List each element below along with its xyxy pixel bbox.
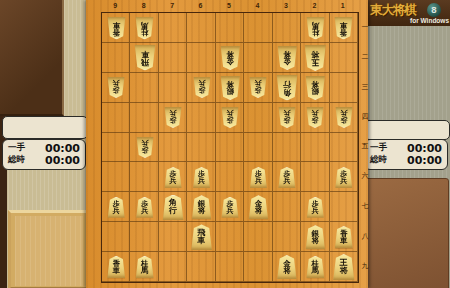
app-logo-version-ball: 8: [427, 3, 441, 17]
square-9-4[interactable]: [102, 103, 130, 133]
piece-sente[interactable]: 金将: [248, 195, 269, 219]
piece-gote[interactable]: 香車: [334, 17, 353, 40]
left-name-plate: [2, 116, 88, 139]
rank-coordinate-labels: 一二三四五六七八九: [360, 12, 370, 281]
square-2-5[interactable]: [301, 133, 329, 163]
piece-sente[interactable]: 銀将: [191, 195, 212, 219]
square-3-3[interactable]: 角行: [273, 73, 301, 103]
file-label: 4: [243, 0, 271, 12]
piece-gote[interactable]: 玉将: [304, 45, 327, 71]
file-label: 3: [272, 0, 300, 12]
square-1-8[interactable]: 香車: [330, 222, 358, 252]
right-piece-stand[interactable]: [363, 178, 449, 288]
square-7-9[interactable]: [159, 252, 187, 282]
piece-gote[interactable]: 歩兵: [221, 107, 239, 128]
square-9-5[interactable]: [102, 133, 130, 163]
square-8-5[interactable]: 歩兵: [130, 133, 158, 163]
left-piece-stand-surface: [15, 216, 83, 286]
piece-gote[interactable]: 歩兵: [164, 107, 182, 128]
square-8-6[interactable]: [130, 162, 158, 192]
square-5-4[interactable]: 歩兵: [216, 103, 244, 133]
piece-gote[interactable]: 歩兵: [306, 107, 324, 128]
square-4-1[interactable]: [244, 13, 272, 43]
rank-label: 四: [360, 112, 370, 122]
square-7-3[interactable]: [159, 73, 187, 103]
square-1-5[interactable]: [330, 133, 358, 163]
piece-gote[interactable]: 歩兵: [249, 77, 267, 98]
square-8-1[interactable]: 桂馬: [130, 13, 158, 43]
file-label: 2: [300, 0, 328, 12]
wood-panel-top-left: [0, 0, 64, 116]
square-9-3[interactable]: 歩兵: [102, 73, 130, 103]
piece-sente[interactable]: 香車: [107, 256, 126, 279]
app-logo: 東大将棋 8 for Windows: [368, 1, 450, 25]
piece-sente[interactable]: 飛車: [191, 224, 213, 250]
square-9-1[interactable]: 香車: [102, 13, 130, 43]
square-8-4[interactable]: [130, 103, 158, 133]
rank-label: 三: [360, 82, 370, 92]
square-2-6[interactable]: [301, 162, 329, 192]
file-label: 6: [186, 0, 214, 12]
left-move-time-label: 一手: [8, 142, 25, 154]
square-2-3[interactable]: 銀将: [301, 73, 329, 103]
square-4-3[interactable]: 歩兵: [244, 73, 272, 103]
square-6-9[interactable]: [187, 252, 215, 282]
square-9-8[interactable]: [102, 222, 130, 252]
square-2-9[interactable]: 桂馬: [301, 252, 329, 282]
square-4-5[interactable]: [244, 133, 272, 163]
piece-gote[interactable]: 金将: [220, 46, 241, 70]
square-7-2[interactable]: [159, 43, 187, 73]
square-8-8[interactable]: [130, 222, 158, 252]
square-8-9[interactable]: 桂馬: [130, 252, 158, 282]
piece-gote[interactable]: 歩兵: [107, 77, 125, 98]
piece-sente[interactable]: 歩兵: [221, 197, 239, 218]
square-7-1[interactable]: [159, 13, 187, 43]
file-label: 5: [215, 0, 243, 12]
square-3-9[interactable]: 金将: [273, 252, 301, 282]
square-9-6[interactable]: [102, 162, 130, 192]
square-6-3[interactable]: 歩兵: [187, 73, 215, 103]
piece-gote[interactable]: 桂馬: [135, 17, 154, 40]
square-3-7[interactable]: [273, 192, 301, 222]
left-piece-stand[interactable]: [8, 210, 90, 288]
rank-label: 二: [360, 52, 370, 62]
square-6-2[interactable]: [187, 43, 215, 73]
square-7-7[interactable]: 角行: [159, 192, 187, 222]
square-3-8[interactable]: [273, 222, 301, 252]
piece-gote[interactable]: 歩兵: [136, 137, 154, 158]
piece-sente[interactable]: 歩兵: [164, 167, 182, 188]
square-6-8[interactable]: 飛車: [187, 222, 215, 252]
piece-gote[interactable]: 銀将: [220, 76, 241, 100]
square-8-3[interactable]: [130, 73, 158, 103]
square-2-2[interactable]: 玉将: [301, 43, 329, 73]
square-4-2[interactable]: [244, 43, 272, 73]
square-4-6[interactable]: 歩兵: [244, 162, 272, 192]
file-coordinate-labels: 987654321: [101, 0, 357, 12]
square-5-3[interactable]: 銀将: [216, 73, 244, 103]
square-7-5[interactable]: [159, 133, 187, 163]
piece-sente[interactable]: 桂馬: [306, 256, 325, 279]
square-1-6[interactable]: 歩兵: [330, 162, 358, 192]
square-1-2[interactable]: [330, 43, 358, 73]
piece-sente[interactable]: 金将: [277, 255, 298, 279]
square-9-2[interactable]: [102, 43, 130, 73]
left-total-time-value: 00:00: [45, 154, 80, 167]
left-total-time-label: 総時: [8, 154, 25, 166]
square-4-8[interactable]: [244, 222, 272, 252]
piece-gote[interactable]: 飛車: [134, 45, 156, 71]
right-move-time-label: 一手: [370, 142, 387, 154]
square-6-4[interactable]: [187, 103, 215, 133]
board-grid: 香車桂馬桂馬香車飛車金将金将玉将歩兵歩兵銀将歩兵角行銀将歩兵歩兵歩兵歩兵歩兵歩兵…: [101, 12, 359, 283]
piece-sente[interactable]: 歩兵: [306, 197, 324, 218]
square-1-1[interactable]: 香車: [330, 13, 358, 43]
square-8-7[interactable]: 歩兵: [130, 192, 158, 222]
square-1-7[interactable]: [330, 192, 358, 222]
square-6-6[interactable]: 歩兵: [187, 162, 215, 192]
shogi-board: 987654321 一二三四五六七八九 香車桂馬桂馬香車飛車金将金将玉将歩兵歩兵…: [86, 0, 368, 288]
square-5-7[interactable]: 歩兵: [216, 192, 244, 222]
square-3-5[interactable]: [273, 133, 301, 163]
square-3-4[interactable]: 歩兵: [273, 103, 301, 133]
square-2-7[interactable]: 歩兵: [301, 192, 329, 222]
app-logo-subtitle: for Windows: [410, 17, 449, 24]
square-9-7[interactable]: 歩兵: [102, 192, 130, 222]
right-clock-panel: 一手 00:00 総時 00:00: [364, 139, 448, 170]
square-5-1[interactable]: [216, 13, 244, 43]
piece-sente[interactable]: 歩兵: [335, 167, 353, 188]
piece-sente[interactable]: 歩兵: [193, 167, 211, 188]
piece-sente[interactable]: 桂馬: [135, 256, 154, 279]
piece-gote[interactable]: 銀将: [305, 76, 326, 100]
rank-label: 七: [360, 201, 370, 211]
piece-sente[interactable]: 王将: [333, 254, 356, 280]
right-total-time-label: 総時: [370, 154, 387, 166]
file-label: 1: [329, 0, 357, 12]
piece-gote[interactable]: 香車: [107, 17, 126, 40]
piece-sente[interactable]: 香車: [334, 226, 353, 249]
square-2-4[interactable]: 歩兵: [301, 103, 329, 133]
file-label: 8: [129, 0, 157, 12]
piece-gote[interactable]: 歩兵: [335, 107, 353, 128]
square-1-4[interactable]: 歩兵: [330, 103, 358, 133]
piece-gote[interactable]: 角行: [276, 75, 298, 101]
piece-sente[interactable]: 歩兵: [107, 197, 125, 218]
file-label: 7: [158, 0, 186, 12]
rank-label: 一: [360, 22, 370, 32]
square-5-2[interactable]: 金将: [216, 43, 244, 73]
piece-sente[interactable]: 歩兵: [249, 167, 267, 188]
piece-sente[interactable]: 角行: [162, 195, 184, 221]
piece-sente[interactable]: 銀将: [305, 225, 326, 249]
square-1-9[interactable]: 王将: [330, 252, 358, 282]
square-5-6[interactable]: [216, 162, 244, 192]
right-name-plate: [364, 120, 450, 140]
piece-gote[interactable]: 金将: [277, 46, 298, 70]
square-4-9[interactable]: [244, 252, 272, 282]
rank-label: 五: [360, 141, 370, 151]
right-total-time-value: 00:00: [407, 154, 442, 167]
piece-gote[interactable]: 桂馬: [306, 17, 325, 40]
rank-label: 六: [360, 171, 370, 181]
left-clock-panel: 一手 00:00 総時 00:00: [2, 139, 86, 170]
square-3-6[interactable]: 歩兵: [273, 162, 301, 192]
square-3-2[interactable]: 金将: [273, 43, 301, 73]
piece-gote[interactable]: 歩兵: [193, 77, 211, 98]
file-label: 9: [101, 0, 129, 12]
rank-label: 九: [360, 261, 370, 271]
square-7-8[interactable]: [159, 222, 187, 252]
square-6-7[interactable]: 銀将: [187, 192, 215, 222]
square-2-8[interactable]: 銀将: [301, 222, 329, 252]
piece-sente[interactable]: 歩兵: [136, 197, 154, 218]
square-6-1[interactable]: [187, 13, 215, 43]
piece-sente[interactable]: 歩兵: [278, 167, 296, 188]
square-5-5[interactable]: [216, 133, 244, 163]
piece-gote[interactable]: 歩兵: [278, 107, 296, 128]
square-1-3[interactable]: [330, 73, 358, 103]
square-7-4[interactable]: 歩兵: [159, 103, 187, 133]
square-5-8[interactable]: [216, 222, 244, 252]
square-9-9[interactable]: 香車: [102, 252, 130, 282]
square-6-5[interactable]: [187, 133, 215, 163]
square-2-1[interactable]: 桂馬: [301, 13, 329, 43]
square-5-9[interactable]: [216, 252, 244, 282]
shogi-app-window: 東大将棋 8 for Windows 一手 00:00 総時 00:00 一手 …: [0, 0, 450, 288]
rank-label: 八: [360, 231, 370, 241]
square-4-7[interactable]: 金将: [244, 192, 272, 222]
square-7-6[interactable]: 歩兵: [159, 162, 187, 192]
square-8-2[interactable]: 飛車: [130, 43, 158, 73]
square-4-4[interactable]: [244, 103, 272, 133]
square-3-1[interactable]: [273, 13, 301, 43]
